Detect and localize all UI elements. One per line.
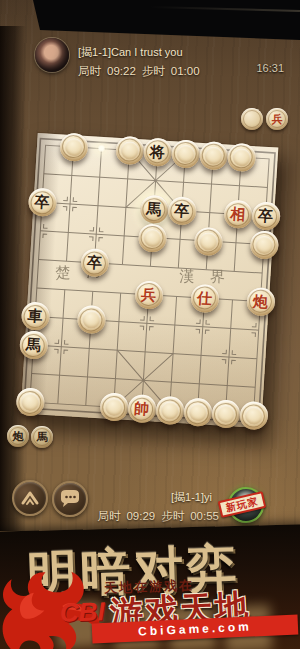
player-move-time-label: 步时 xyxy=(161,510,184,522)
opponent-move-time: 01:00 xyxy=(171,65,200,77)
opponent-game-time-label: 局时 xyxy=(78,65,101,77)
opponent-timers: 局时09:22步时01:00 xyxy=(78,64,206,79)
left-shadow-edge xyxy=(0,26,26,531)
piece-f1r7-車[interactable]: 車 xyxy=(20,302,50,332)
chat-bubble-icon xyxy=(54,483,86,515)
player-name: [揭1-1]yi xyxy=(171,490,212,505)
piece-f6r3-卒[interactable]: 卒 xyxy=(167,196,197,226)
opponent-avatar[interactable] xyxy=(35,38,69,72)
piece-f9r3-卒[interactable]: 卒 xyxy=(251,201,281,231)
captured-piece-炮: 炮 xyxy=(7,425,29,447)
piece-f5r3-馬[interactable]: 馬 xyxy=(139,194,169,224)
opponent-move-time-label: 步时 xyxy=(142,65,165,77)
piece-f7r6-仕[interactable]: 仕 xyxy=(190,283,220,313)
chevron-up-icon xyxy=(14,482,46,514)
piece-f9r4-facedown[interactable] xyxy=(249,230,279,260)
captured-piece-facedown xyxy=(241,108,263,130)
chat-button[interactable] xyxy=(52,481,88,517)
piece-f8r3-相[interactable]: 相 xyxy=(223,199,253,229)
piece-f7r4-facedown[interactable] xyxy=(193,226,223,256)
player-game-time-label: 局时 xyxy=(97,510,120,522)
piece-f3r5-卒[interactable]: 卒 xyxy=(80,248,110,278)
system-clock: 16:31 xyxy=(256,62,284,74)
piece-f5r1-将[interactable]: 将 xyxy=(143,137,173,167)
piece-f5r6-兵[interactable]: 兵 xyxy=(134,280,164,310)
piece-f1r8-馬[interactable]: 馬 xyxy=(19,330,49,360)
piece-f5r4-facedown[interactable] xyxy=(137,223,167,253)
opponent-game-time: 09:22 xyxy=(107,65,136,77)
pieces-layer: 将卒馬卒相卒卒兵仕炮車馬帥 xyxy=(38,133,279,148)
piece-f5r10-帥[interactable]: 帥 xyxy=(127,394,157,424)
game-screen: [揭1-1]Can I trust you 局时09:22步时01:00 16:… xyxy=(0,0,300,649)
player-game-time: 09:29 xyxy=(126,510,155,522)
top-black-band xyxy=(0,0,300,42)
piece-f9r6-炮[interactable]: 炮 xyxy=(246,287,276,317)
opponent-name: [揭1-1]Can I trust you xyxy=(78,45,183,60)
captured-piece-兵: 兵 xyxy=(266,108,288,130)
collapse-button[interactable] xyxy=(12,480,48,516)
player-timers: 局时09:29步时00:55 xyxy=(97,509,225,524)
captured-piece-馬: 馬 xyxy=(31,426,53,448)
xiangqi-board[interactable]: 楚 河 漢 界 将卒馬卒相卒卒兵仕炮車馬帥 xyxy=(21,133,279,428)
player-move-time: 00:55 xyxy=(190,510,219,522)
piece-f1r3-卒[interactable]: 卒 xyxy=(27,187,57,217)
